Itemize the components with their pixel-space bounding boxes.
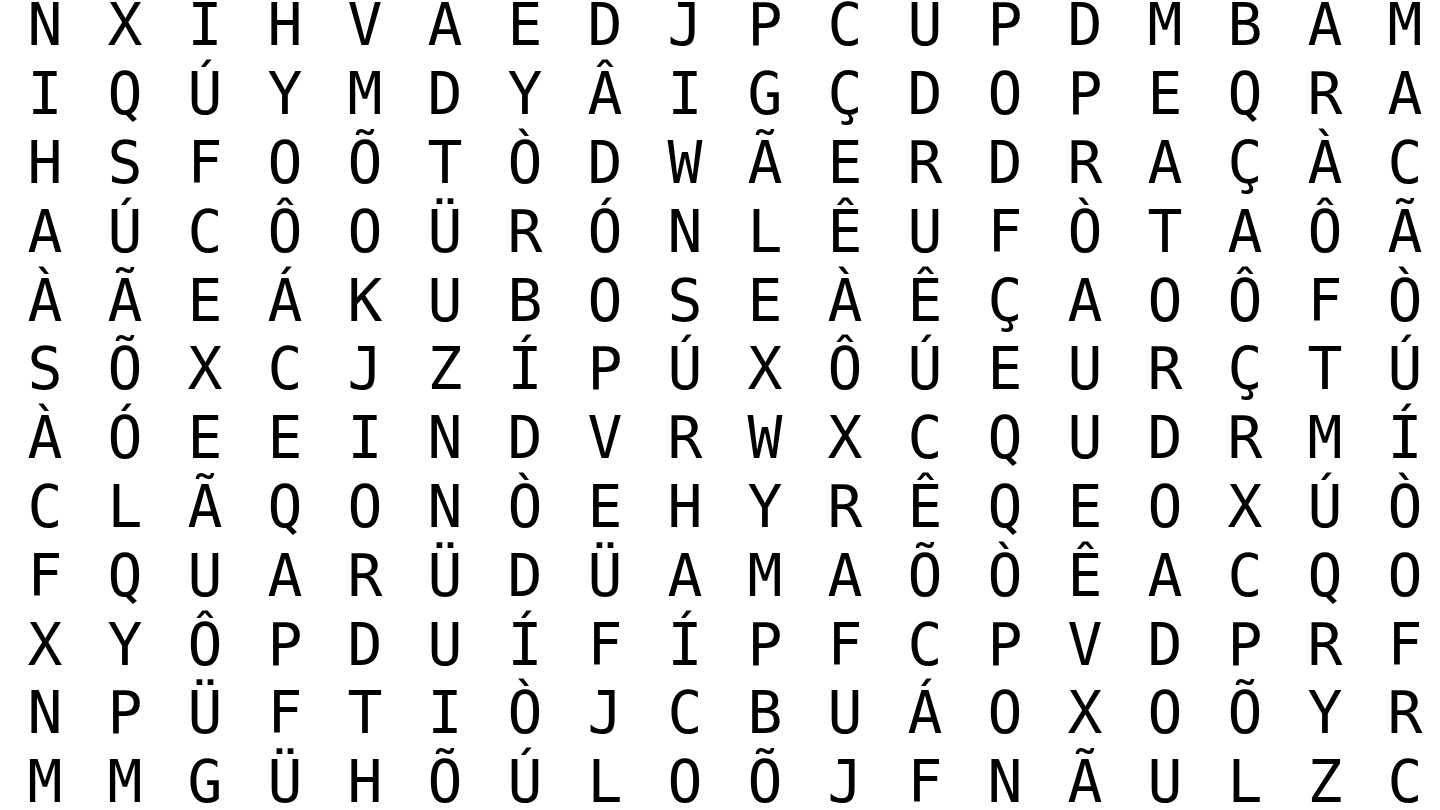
word-search-screen: NXIHVAEDJPCUPDMBAMIQÚYMDYÂIGÇDOPEQRAHSFO…: [0, 0, 1440, 810]
grid-cell-r4c1[interactable]: A: [5, 195, 85, 264]
grid-cell-r2c11[interactable]: Ç: [805, 58, 885, 127]
grid-cell-r7c18[interactable]: Í: [1365, 402, 1440, 471]
grid-cell-r2c16[interactable]: Q: [1205, 58, 1285, 127]
grid-cell-r9c13[interactable]: Ò: [965, 539, 1045, 608]
grid-cell-r11c15[interactable]: O: [1125, 677, 1205, 746]
grid-cell-r5c17[interactable]: F: [1285, 264, 1365, 333]
grid-cell-r12c11[interactable]: J: [805, 746, 885, 810]
grid-cell-r11c17[interactable]: Y: [1285, 677, 1365, 746]
grid-cell-r3c16[interactable]: Ç: [1205, 127, 1285, 196]
grid-cell-r3c5[interactable]: Õ: [325, 127, 405, 196]
grid-cell-r10c7[interactable]: Í: [485, 608, 565, 677]
grid-cell-r8c12[interactable]: Ê: [885, 471, 965, 540]
grid-cell-r1c1[interactable]: N: [5, 0, 85, 58]
grid-cell-r5c5[interactable]: K: [325, 264, 405, 333]
grid-cell-r1c14[interactable]: D: [1045, 0, 1125, 58]
grid-cell-r2c9[interactable]: I: [645, 58, 725, 127]
grid-cell-r4c15[interactable]: T: [1125, 195, 1205, 264]
grid-cell-r6c1[interactable]: S: [5, 333, 85, 402]
grid-cell-r9c5[interactable]: R: [325, 539, 405, 608]
grid-cell-r9c14[interactable]: Ê: [1045, 539, 1125, 608]
grid-cell-r5c7[interactable]: B: [485, 264, 565, 333]
grid-cell-r3c18[interactable]: C: [1365, 127, 1440, 196]
grid-cell-r10c11[interactable]: F: [805, 608, 885, 677]
grid-cell-r8c16[interactable]: X: [1205, 471, 1285, 540]
grid-cell-r4c3[interactable]: C: [165, 195, 245, 264]
grid-cell-r12c15[interactable]: U: [1125, 746, 1205, 810]
grid-cell-r6c3[interactable]: X: [165, 333, 245, 402]
grid-cell-r8c3[interactable]: Ã: [165, 471, 245, 540]
grid-cell-r11c7[interactable]: Ò: [485, 677, 565, 746]
grid-cell-r3c7[interactable]: Ò: [485, 127, 565, 196]
grid-cell-r6c10[interactable]: X: [725, 333, 805, 402]
grid-cell-r7c12[interactable]: C: [885, 402, 965, 471]
grid-cell-r4c2[interactable]: Ú: [85, 195, 165, 264]
grid-cell-r3c6[interactable]: T: [405, 127, 485, 196]
grid-cell-r10c2[interactable]: Y: [85, 608, 165, 677]
grid-cell-r12c3[interactable]: G: [165, 746, 245, 810]
grid-cell-r10c1[interactable]: X: [5, 608, 85, 677]
grid-cell-r7c4[interactable]: E: [245, 402, 325, 471]
grid-cell-r6c15[interactable]: R: [1125, 333, 1205, 402]
grid-cell-r12c9[interactable]: O: [645, 746, 725, 810]
grid-cell-r10c9[interactable]: Í: [645, 608, 725, 677]
grid-cell-r11c2[interactable]: P: [85, 677, 165, 746]
grid-cell-r2c3[interactable]: Ú: [165, 58, 245, 127]
grid-cell-r5c14[interactable]: A: [1045, 264, 1125, 333]
grid-cell-r2c13[interactable]: O: [965, 58, 1045, 127]
grid-cell-r11c8[interactable]: J: [565, 677, 645, 746]
grid-cell-r11c13[interactable]: O: [965, 677, 1045, 746]
grid-cell-r1c5[interactable]: V: [325, 0, 405, 58]
grid-cell-r9c1[interactable]: F: [5, 539, 85, 608]
grid-cell-r2c1[interactable]: I: [5, 58, 85, 127]
word-search-grid: NXIHVAEDJPCUPDMBAMIQÚYMDYÂIGÇDOPEQRAHSFO…: [5, 0, 1440, 810]
grid-cell-r4c14[interactable]: Ò: [1045, 195, 1125, 264]
grid-cell-r2c17[interactable]: R: [1285, 58, 1365, 127]
grid-cell-r5c9[interactable]: S: [645, 264, 725, 333]
grid-cell-r4c7[interactable]: R: [485, 195, 565, 264]
grid-cell-r9c10[interactable]: M: [725, 539, 805, 608]
grid-cell-r2c15[interactable]: E: [1125, 58, 1205, 127]
grid-cell-r9c12[interactable]: Õ: [885, 539, 965, 608]
grid-cell-r10c16[interactable]: P: [1205, 608, 1285, 677]
grid-cell-r1c16[interactable]: B: [1205, 0, 1285, 58]
grid-cell-r5c4[interactable]: Á: [245, 264, 325, 333]
grid-cell-r7c17[interactable]: M: [1285, 402, 1365, 471]
grid-cell-r1c8[interactable]: D: [565, 0, 645, 58]
grid-cell-r5c8[interactable]: O: [565, 264, 645, 333]
grid-cell-r7c9[interactable]: R: [645, 402, 725, 471]
grid-cell-r3c17[interactable]: À: [1285, 127, 1365, 196]
grid-cell-r3c14[interactable]: R: [1045, 127, 1125, 196]
grid-cell-r9c6[interactable]: Ü: [405, 539, 485, 608]
grid-cell-r10c12[interactable]: C: [885, 608, 965, 677]
grid-cell-r4c8[interactable]: Ó: [565, 195, 645, 264]
grid-cell-r5c10[interactable]: E: [725, 264, 805, 333]
grid-cell-r10c13[interactable]: P: [965, 608, 1045, 677]
grid-cell-r10c17[interactable]: R: [1285, 608, 1365, 677]
grid-cell-r11c1[interactable]: N: [5, 677, 85, 746]
grid-cell-r6c18[interactable]: Ú: [1365, 333, 1440, 402]
grid-cell-r5c6[interactable]: U: [405, 264, 485, 333]
grid-cell-r3c10[interactable]: Ã: [725, 127, 805, 196]
grid-cell-r7c13[interactable]: Q: [965, 402, 1045, 471]
grid-cell-r7c7[interactable]: D: [485, 402, 565, 471]
grid-cell-r11c18[interactable]: R: [1365, 677, 1440, 746]
grid-cell-r4c6[interactable]: Ü: [405, 195, 485, 264]
grid-cell-r8c18[interactable]: Ò: [1365, 471, 1440, 540]
grid-cell-r3c13[interactable]: D: [965, 127, 1045, 196]
grid-cell-r6c9[interactable]: Ú: [645, 333, 725, 402]
grid-cell-r1c17[interactable]: A: [1285, 0, 1365, 58]
grid-cell-r9c3[interactable]: U: [165, 539, 245, 608]
grid-cell-r12c1[interactable]: M: [5, 746, 85, 810]
grid-cell-r10c14[interactable]: V: [1045, 608, 1125, 677]
grid-cell-r8c9[interactable]: H: [645, 471, 725, 540]
grid-cell-r6c12[interactable]: Ú: [885, 333, 965, 402]
grid-cell-r2c4[interactable]: Y: [245, 58, 325, 127]
grid-cell-r7c8[interactable]: V: [565, 402, 645, 471]
grid-cell-r4c18[interactable]: Ã: [1365, 195, 1440, 264]
grid-cell-r8c10[interactable]: Y: [725, 471, 805, 540]
grid-cell-r8c17[interactable]: Ú: [1285, 471, 1365, 540]
grid-cell-r6c2[interactable]: Õ: [85, 333, 165, 402]
grid-cell-r2c7[interactable]: Y: [485, 58, 565, 127]
grid-cell-r11c10[interactable]: B: [725, 677, 805, 746]
grid-cell-r5c18[interactable]: Ò: [1365, 264, 1440, 333]
grid-cell-r3c15[interactable]: A: [1125, 127, 1205, 196]
grid-cell-r6c6[interactable]: Z: [405, 333, 485, 402]
grid-cell-r8c15[interactable]: O: [1125, 471, 1205, 540]
grid-cell-r8c14[interactable]: E: [1045, 471, 1125, 540]
grid-cell-r11c3[interactable]: Ü: [165, 677, 245, 746]
grid-cell-r12c13[interactable]: N: [965, 746, 1045, 810]
grid-cell-r9c11[interactable]: A: [805, 539, 885, 608]
grid-cell-r6c4[interactable]: C: [245, 333, 325, 402]
grid-cell-r11c5[interactable]: T: [325, 677, 405, 746]
grid-cell-r8c11[interactable]: R: [805, 471, 885, 540]
grid-cell-r9c15[interactable]: A: [1125, 539, 1205, 608]
grid-cell-r3c11[interactable]: E: [805, 127, 885, 196]
grid-cell-r12c8[interactable]: L: [565, 746, 645, 810]
grid-cell-r4c16[interactable]: A: [1205, 195, 1285, 264]
grid-cell-r5c13[interactable]: Ç: [965, 264, 1045, 333]
grid-cell-r1c2[interactable]: X: [85, 0, 165, 58]
grid-cell-r11c11[interactable]: U: [805, 677, 885, 746]
grid-cell-r9c18[interactable]: O: [1365, 539, 1440, 608]
grid-cell-r7c16[interactable]: R: [1205, 402, 1285, 471]
grid-cell-r10c5[interactable]: D: [325, 608, 405, 677]
grid-cell-r12c12[interactable]: F: [885, 746, 965, 810]
grid-cell-r11c4[interactable]: F: [245, 677, 325, 746]
grid-cell-r10c8[interactable]: F: [565, 608, 645, 677]
grid-cell-r8c5[interactable]: O: [325, 471, 405, 540]
grid-cell-r6c5[interactable]: J: [325, 333, 405, 402]
grid-cell-r1c15[interactable]: M: [1125, 0, 1205, 58]
grid-cell-r6c14[interactable]: U: [1045, 333, 1125, 402]
grid-cell-r12c6[interactable]: Õ: [405, 746, 485, 810]
grid-cell-r12c18[interactable]: C: [1365, 746, 1440, 810]
grid-cell-r2c5[interactable]: M: [325, 58, 405, 127]
grid-cell-r7c5[interactable]: I: [325, 402, 405, 471]
grid-cell-r1c9[interactable]: J: [645, 0, 725, 58]
grid-cell-r11c9[interactable]: C: [645, 677, 725, 746]
grid-cell-r10c4[interactable]: P: [245, 608, 325, 677]
grid-cell-r3c3[interactable]: F: [165, 127, 245, 196]
grid-cell-r9c7[interactable]: D: [485, 539, 565, 608]
grid-cell-r12c17[interactable]: Z: [1285, 746, 1365, 810]
grid-cell-r6c17[interactable]: T: [1285, 333, 1365, 402]
grid-cell-r5c16[interactable]: Ô: [1205, 264, 1285, 333]
grid-cell-r12c5[interactable]: H: [325, 746, 405, 810]
grid-cell-r7c2[interactable]: Ó: [85, 402, 165, 471]
grid-cell-r7c10[interactable]: W: [725, 402, 805, 471]
grid-cell-r5c11[interactable]: À: [805, 264, 885, 333]
grid-cell-r7c15[interactable]: D: [1125, 402, 1205, 471]
grid-cell-r1c11[interactable]: C: [805, 0, 885, 58]
grid-cell-r5c2[interactable]: Ã: [85, 264, 165, 333]
grid-cell-r4c13[interactable]: F: [965, 195, 1045, 264]
grid-cell-r2c14[interactable]: P: [1045, 58, 1125, 127]
grid-cell-r1c18[interactable]: M: [1365, 0, 1440, 58]
grid-cell-r11c16[interactable]: Õ: [1205, 677, 1285, 746]
grid-cell-r2c8[interactable]: Â: [565, 58, 645, 127]
grid-cell-r4c12[interactable]: U: [885, 195, 965, 264]
grid-cell-r6c16[interactable]: Ç: [1205, 333, 1285, 402]
grid-cell-r6c8[interactable]: P: [565, 333, 645, 402]
grid-cell-r11c6[interactable]: I: [405, 677, 485, 746]
grid-cell-r10c6[interactable]: U: [405, 608, 485, 677]
grid-cell-r8c2[interactable]: L: [85, 471, 165, 540]
grid-cell-r8c7[interactable]: Ò: [485, 471, 565, 540]
grid-cell-r4c4[interactable]: Ô: [245, 195, 325, 264]
grid-cell-r4c9[interactable]: N: [645, 195, 725, 264]
grid-cell-r1c10[interactable]: P: [725, 0, 805, 58]
grid-cell-r4c17[interactable]: Ô: [1285, 195, 1365, 264]
grid-cell-r2c2[interactable]: Q: [85, 58, 165, 127]
grid-cell-r7c6[interactable]: N: [405, 402, 485, 471]
grid-cell-r3c8[interactable]: D: [565, 127, 645, 196]
grid-cell-r9c9[interactable]: A: [645, 539, 725, 608]
grid-cell-r10c15[interactable]: D: [1125, 608, 1205, 677]
grid-cell-r5c1[interactable]: À: [5, 264, 85, 333]
grid-cell-r8c1[interactable]: C: [5, 471, 85, 540]
grid-cell-r1c12[interactable]: U: [885, 0, 965, 58]
grid-cell-r6c7[interactable]: Í: [485, 333, 565, 402]
grid-cell-r5c15[interactable]: O: [1125, 264, 1205, 333]
grid-cell-r4c10[interactable]: L: [725, 195, 805, 264]
grid-cell-r10c10[interactable]: P: [725, 608, 805, 677]
grid-cell-r1c13[interactable]: P: [965, 0, 1045, 58]
grid-cell-r2c6[interactable]: D: [405, 58, 485, 127]
grid-cell-r1c7[interactable]: E: [485, 0, 565, 58]
grid-cell-r10c18[interactable]: F: [1365, 608, 1440, 677]
grid-cell-r2c12[interactable]: D: [885, 58, 965, 127]
grid-cell-r3c2[interactable]: S: [85, 127, 165, 196]
grid-cell-r9c8[interactable]: Ü: [565, 539, 645, 608]
grid-cell-r8c8[interactable]: E: [565, 471, 645, 540]
grid-cell-r3c9[interactable]: W: [645, 127, 725, 196]
grid-cell-r4c5[interactable]: O: [325, 195, 405, 264]
grid-cell-r1c6[interactable]: A: [405, 0, 485, 58]
grid-cell-r3c12[interactable]: R: [885, 127, 965, 196]
grid-cell-r7c14[interactable]: U: [1045, 402, 1125, 471]
grid-cell-r6c11[interactable]: Ô: [805, 333, 885, 402]
grid-cell-r3c4[interactable]: O: [245, 127, 325, 196]
grid-cell-r12c10[interactable]: Õ: [725, 746, 805, 810]
grid-cell-r7c11[interactable]: X: [805, 402, 885, 471]
grid-cell-r5c3[interactable]: E: [165, 264, 245, 333]
grid-cell-r6c13[interactable]: E: [965, 333, 1045, 402]
grid-cell-r9c17[interactable]: Q: [1285, 539, 1365, 608]
grid-cell-r11c14[interactable]: X: [1045, 677, 1125, 746]
grid-cell-r9c16[interactable]: C: [1205, 539, 1285, 608]
grid-cell-r1c3[interactable]: I: [165, 0, 245, 58]
grid-cell-r12c14[interactable]: Ã: [1045, 746, 1125, 810]
grid-cell-r12c16[interactable]: L: [1205, 746, 1285, 810]
grid-cell-r8c6[interactable]: N: [405, 471, 485, 540]
grid-cell-r4c11[interactable]: Ê: [805, 195, 885, 264]
grid-cell-r9c2[interactable]: Q: [85, 539, 165, 608]
grid-cell-r3c1[interactable]: H: [5, 127, 85, 196]
grid-cell-r11c12[interactable]: Á: [885, 677, 965, 746]
grid-cell-r12c2[interactable]: M: [85, 746, 165, 810]
grid-cell-r1c4[interactable]: H: [245, 0, 325, 58]
grid-cell-r7c1[interactable]: À: [5, 402, 85, 471]
grid-cell-r10c3[interactable]: Ô: [165, 608, 245, 677]
grid-cell-r5c12[interactable]: Ê: [885, 264, 965, 333]
grid-cell-r8c4[interactable]: Q: [245, 471, 325, 540]
grid-cell-r2c10[interactable]: G: [725, 58, 805, 127]
grid-cell-r12c7[interactable]: Ú: [485, 746, 565, 810]
grid-cell-r8c13[interactable]: Q: [965, 471, 1045, 540]
grid-cell-r7c3[interactable]: E: [165, 402, 245, 471]
grid-cell-r12c4[interactable]: Ü: [245, 746, 325, 810]
grid-cell-r2c18[interactable]: A: [1365, 58, 1440, 127]
grid-cell-r9c4[interactable]: A: [245, 539, 325, 608]
